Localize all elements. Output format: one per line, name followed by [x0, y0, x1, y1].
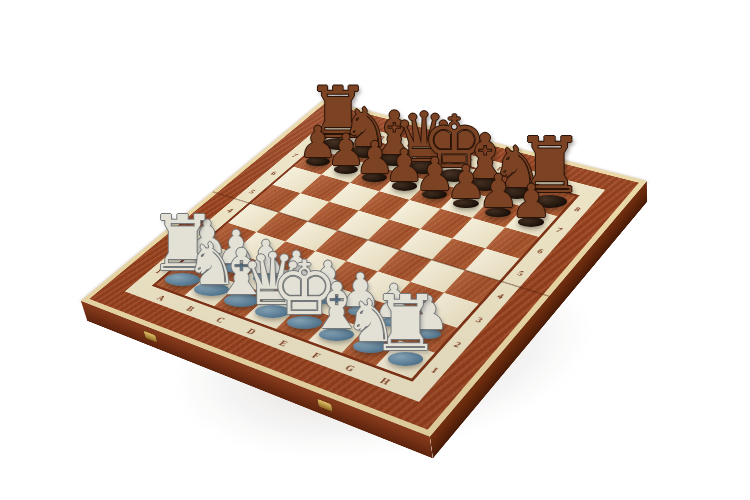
brass-clasp: [318, 399, 333, 412]
file-label-near-g: G: [344, 363, 358, 373]
file-label-near-c: C: [215, 315, 228, 324]
brass-hinge: [144, 331, 158, 343]
rank-label-right-6: 6: [535, 247, 545, 255]
rank-label-right-7: 7: [554, 226, 564, 233]
file-label-near-d: D: [245, 326, 258, 335]
file-label-near-b: B: [185, 304, 198, 313]
rank-label-right-5: 5: [516, 269, 526, 277]
square-g5[interactable]: [432, 239, 486, 271]
rank-label-right-4: 4: [495, 292, 506, 300]
file-label-near-f: F: [311, 350, 324, 359]
square-h5[interactable]: [465, 248, 519, 280]
square-h4[interactable]: [444, 270, 499, 304]
file-label-near-e: E: [277, 338, 290, 347]
square-h6[interactable]: [485, 227, 538, 258]
file-label-near-a: A: [155, 293, 168, 301]
white-rook-icon: ♜: [371, 286, 440, 363]
rank-label-right-2: 2: [452, 340, 463, 349]
rank-label-right-3: 3: [474, 315, 485, 324]
chess-set-photo: AABBCCDDEEFFGGHH1122334455667788 ♜♞♝♛♚♝♞…: [0, 0, 750, 500]
file-label-near-h: H: [379, 375, 393, 385]
black-pawn-icon: ♟: [511, 179, 552, 225]
